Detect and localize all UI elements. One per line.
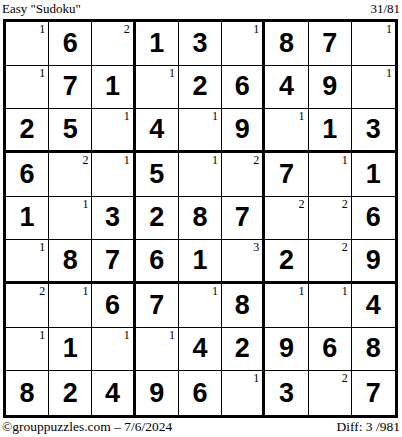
cell-value: 4 [192,335,207,362]
cell-value: 7 [279,161,294,188]
cell-value: 2 [149,204,164,231]
cell-r9c3[interactable]: 4 [92,371,135,415]
cell-r9c5[interactable]: 6 [179,371,222,415]
cell-value: 7 [105,247,120,274]
cell-r9c8[interactable]: 2 [309,371,352,415]
cell-r6c4[interactable]: 6 [136,240,179,284]
cell-r3c9[interactable]: 3 [352,109,395,153]
cell-r1c9[interactable]: 1 [352,22,395,66]
cell-r1c4[interactable]: 1 [136,22,179,66]
cell-value: 9 [149,380,164,407]
cell-value: 5 [149,161,164,188]
cell-r7c5[interactable]: 1 [179,284,222,328]
cell-r6c5[interactable]: 1 [179,240,222,284]
cell-value: 7 [149,292,164,319]
pencil-mark: 1 [169,67,175,79]
cell-r3c2[interactable]: 5 [49,109,92,153]
cell-value: 4 [105,380,120,407]
pencil-mark: 2 [342,372,348,384]
cell-r4c2[interactable]: 2 [49,153,92,197]
cell-value: 1 [20,204,35,231]
cell-value: 1 [366,161,381,188]
cell-value: 6 [322,335,337,362]
pencil-mark: 2 [299,198,305,210]
pencil-mark: 1 [253,23,259,35]
cell-r5c9[interactable]: 6 [352,197,395,241]
pencil-mark: 1 [342,285,348,297]
cell-r5c4[interactable]: 2 [136,197,179,241]
cell-r5c8[interactable]: 2 [309,197,352,241]
cell-value: 2 [235,335,250,362]
pencil-mark: 2 [253,154,259,166]
cell-r2c7[interactable]: 4 [265,66,308,110]
pencil-mark: 1 [124,329,130,341]
cell-value: 1 [63,335,78,362]
pencil-mark: 1 [82,285,88,297]
pencil-mark: 1 [169,329,175,341]
cell-value: 9 [366,247,381,274]
cell-value: 1 [149,30,164,57]
pencil-mark: 2 [342,241,348,253]
cell-value: 3 [192,30,207,57]
cell-r6c6[interactable]: 3 [222,240,265,284]
cell-r6c3[interactable]: 7 [92,240,135,284]
copyright-date: ©grouppuzzles.com – 7/6/2024 [2,419,172,434]
cell-value: 7 [235,204,250,231]
cell-r8c2[interactable]: 1 [49,328,92,372]
cell-value: 2 [20,116,35,143]
pencil-mark: 1 [82,198,88,210]
cell-r8c4[interactable]: 1 [136,328,179,372]
cell-value: 6 [63,30,78,57]
cell-r7c7[interactable]: 1 [265,284,308,328]
cell-r5c2[interactable]: 1 [49,197,92,241]
cell-r4c1[interactable]: 6 [6,153,49,197]
cell-r3c6[interactable]: 9 [222,109,265,153]
cell-value: 9 [235,116,250,143]
cell-value: 6 [105,292,120,319]
cell-value: 1 [192,247,207,274]
cell-r8c9[interactable]: 8 [352,328,395,372]
pencil-mark: 1 [124,110,130,122]
cell-r8c3[interactable]: 1 [92,328,135,372]
cell-r9c2[interactable]: 2 [49,371,92,415]
cell-r9c1[interactable]: 8 [6,371,49,415]
cell-r7c2[interactable]: 1 [49,284,92,328]
cell-r2c4[interactable]: 1 [136,66,179,110]
pencil-mark: 1 [124,154,130,166]
cell-r5c1[interactable]: 1 [6,197,49,241]
cell-r5c3[interactable]: 3 [92,197,135,241]
cell-r3c1[interactable]: 2 [6,109,49,153]
cell-r4c5[interactable]: 1 [179,153,222,197]
cell-value: 6 [20,161,35,188]
cell-r7c4[interactable]: 7 [136,284,179,328]
cell-value: 6 [192,380,207,407]
cell-r8c7[interactable]: 9 [265,328,308,372]
cell-value: 6 [235,73,250,100]
cell-r7c8[interactable]: 1 [309,284,352,328]
cell-value: 3 [105,204,120,231]
pencil-mark: 1 [212,110,218,122]
pencil-mark: 1 [39,23,45,35]
cell-r6c9[interactable]: 9 [352,240,395,284]
cell-r7c1[interactable]: 2 [6,284,49,328]
cell-value: 7 [322,30,337,57]
cell-r5c7[interactable]: 2 [265,197,308,241]
cell-r1c1[interactable]: 1 [6,22,49,66]
cell-r6c7[interactable]: 2 [265,240,308,284]
cell-r1c7[interactable]: 8 [265,22,308,66]
cell-r9c9[interactable]: 7 [352,371,395,415]
pencil-mark: 2 [39,285,45,297]
cell-value: 3 [279,380,294,407]
cell-r3c3[interactable]: 1 [92,109,135,153]
cell-r3c5[interactable]: 1 [179,109,222,153]
cell-value: 8 [192,204,207,231]
cell-r2c6[interactable]: 6 [222,66,265,110]
cell-r8c5[interactable]: 4 [179,328,222,372]
cell-value: 1 [105,73,120,100]
cell-value: 8 [366,335,381,362]
cell-value: 3 [366,116,381,143]
pencil-mark: 2 [82,154,88,166]
cell-r1c3[interactable]: 2 [92,22,135,66]
cell-r9c6[interactable]: 1 [222,371,265,415]
pencil-mark: 2 [342,198,348,210]
cell-value: 8 [20,380,35,407]
cell-r1c8[interactable]: 7 [309,22,352,66]
cell-value: 7 [366,380,381,407]
cell-r7c3[interactable]: 6 [92,284,135,328]
cell-r2c8[interactable]: 9 [309,66,352,110]
cell-r4c6[interactable]: 2 [222,153,265,197]
cell-r4c8[interactable]: 1 [309,153,352,197]
cell-value: 9 [279,335,294,362]
cell-value: 2 [279,247,294,274]
cell-r1c2[interactable]: 6 [49,22,92,66]
cell-r5c5[interactable]: 8 [179,197,222,241]
pencil-mark: 1 [386,23,392,35]
cell-counter: 31/81 [370,1,400,16]
cell-r4c3[interactable]: 1 [92,153,135,197]
cell-value: 2 [63,380,78,407]
cell-r7c9[interactable]: 4 [352,284,395,328]
cell-value: 5 [63,116,78,143]
cell-r7c6[interactable]: 8 [222,284,265,328]
page-title: Easy "Sudoku" [2,1,81,16]
pencil-mark: 1 [299,110,305,122]
cell-value: 6 [366,204,381,231]
cell-r4c9[interactable]: 1 [352,153,395,197]
pencil-mark: 1 [39,67,45,79]
cell-r3c8[interactable]: 1 [309,109,352,153]
pencil-mark: 1 [39,241,45,253]
cell-r1c6[interactable]: 1 [222,22,265,66]
pencil-mark: 1 [253,372,259,384]
cell-r6c2[interactable]: 8 [49,240,92,284]
cell-value: 8 [235,292,250,319]
difficulty-label: Diff: 3 /981 [337,419,401,434]
cell-value: 9 [322,73,337,100]
pencil-mark: 1 [342,154,348,166]
cell-r4c7[interactable]: 7 [265,153,308,197]
cell-r8c8[interactable]: 6 [309,328,352,372]
pencil-mark: 1 [212,285,218,297]
footer: ©grouppuzzles.com – 7/6/2024 Diff: 3 /98… [0,418,402,434]
pencil-mark: 3 [253,241,259,253]
cell-r1c5[interactable]: 3 [179,22,222,66]
sudoku-page: Easy "Sudoku" 31/81 16213187117112649125… [0,0,402,437]
pencil-mark: 2 [124,23,130,35]
cell-r2c3[interactable]: 1 [92,66,135,110]
cell-value: 7 [63,73,78,100]
cell-r9c4[interactable]: 9 [136,371,179,415]
cell-value: 4 [279,73,294,100]
cell-value: 6 [149,247,164,274]
sudoku-grid: 1621318711711264912514191136215127111132… [3,19,398,418]
cell-r6c1[interactable]: 1 [6,240,49,284]
cell-r2c2[interactable]: 7 [49,66,92,110]
cell-value: 4 [149,116,164,143]
cell-r2c9[interactable]: 1 [352,66,395,110]
pencil-mark: 1 [386,67,392,79]
cell-r8c1[interactable]: 1 [6,328,49,372]
pencil-mark: 1 [299,285,305,297]
cell-value: 8 [63,247,78,274]
cell-r6c8[interactable]: 2 [309,240,352,284]
cell-value: 4 [366,292,381,319]
cell-r4c4[interactable]: 5 [136,153,179,197]
cell-value: 2 [192,73,207,100]
header: Easy "Sudoku" 31/81 [0,0,402,19]
cell-value: 8 [279,30,294,57]
cell-r5c6[interactable]: 7 [222,197,265,241]
cell-r2c1[interactable]: 1 [6,66,49,110]
cell-r8c6[interactable]: 2 [222,328,265,372]
pencil-mark: 1 [39,329,45,341]
pencil-mark: 1 [212,154,218,166]
cell-r3c4[interactable]: 4 [136,109,179,153]
cell-r2c5[interactable]: 2 [179,66,222,110]
cell-r3c7[interactable]: 1 [265,109,308,153]
cell-r9c7[interactable]: 3 [265,371,308,415]
cell-value: 1 [322,116,337,143]
